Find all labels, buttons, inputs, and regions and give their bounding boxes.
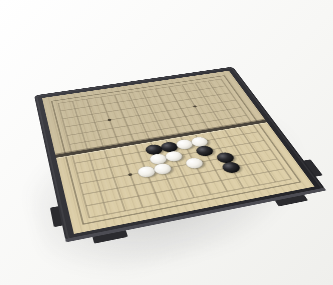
product-photo (0, 0, 333, 285)
photo-scene (0, 0, 333, 285)
